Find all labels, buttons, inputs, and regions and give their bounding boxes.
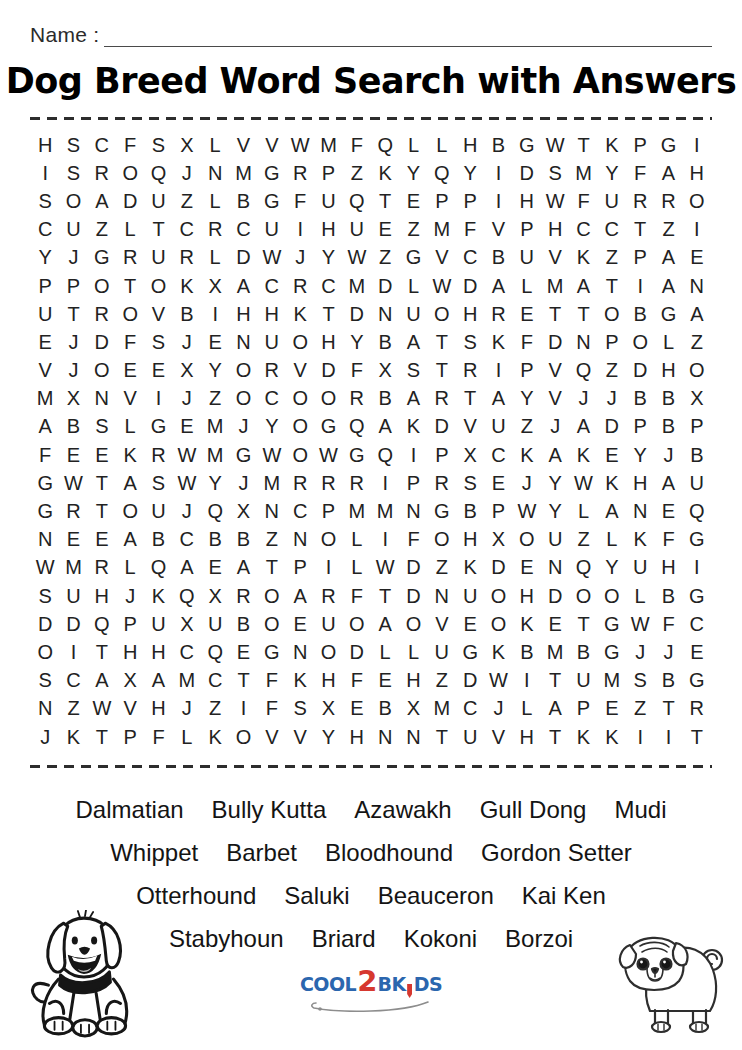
grid-cell[interactable]: X — [371, 357, 399, 385]
grid-cell[interactable]: F — [286, 187, 314, 215]
grid-cell[interactable]: B — [626, 300, 654, 328]
grid-cell[interactable]: O — [683, 357, 711, 385]
grid-cell[interactable]: A — [31, 413, 59, 441]
grid-cell[interactable]: H — [31, 131, 59, 159]
grid-cell[interactable]: P — [286, 554, 314, 582]
grid-cell[interactable]: R — [286, 469, 314, 497]
grid-cell[interactable]: U — [59, 216, 87, 244]
grid-cell[interactable]: V — [456, 413, 484, 441]
grid-cell[interactable]: L — [513, 272, 541, 300]
grid-cell[interactable]: H — [626, 469, 654, 497]
grid-cell[interactable]: R — [456, 357, 484, 385]
grid-cell[interactable]: E — [513, 300, 541, 328]
grid-cell[interactable]: I — [399, 441, 427, 469]
grid-cell[interactable]: B — [626, 385, 654, 413]
grid-cell[interactable]: A — [399, 328, 427, 356]
grid-cell[interactable]: G — [428, 497, 456, 525]
grid-cell[interactable]: N — [88, 385, 116, 413]
grid-cell[interactable]: Q — [144, 554, 172, 582]
grid-cell[interactable]: K — [286, 300, 314, 328]
grid-cell[interactable]: G — [31, 469, 59, 497]
grid-cell[interactable]: T — [654, 695, 682, 723]
grid-cell[interactable]: F — [116, 328, 144, 356]
grid-cell[interactable]: N — [229, 328, 257, 356]
grid-cell[interactable]: J — [569, 385, 597, 413]
grid-cell[interactable]: T — [569, 131, 597, 159]
grid-cell[interactable]: L — [116, 216, 144, 244]
grid-cell[interactable]: T — [569, 300, 597, 328]
grid-cell[interactable]: C — [201, 667, 229, 695]
grid-cell[interactable]: T — [428, 328, 456, 356]
grid-cell[interactable]: P — [626, 413, 654, 441]
grid-cell[interactable]: U — [598, 187, 626, 215]
grid-cell[interactable]: D — [541, 582, 569, 610]
grid-cell[interactable]: L — [173, 723, 201, 751]
grid-cell[interactable]: H — [513, 187, 541, 215]
grid-cell[interactable]: Q — [173, 582, 201, 610]
grid-cell[interactable]: K — [598, 469, 626, 497]
grid-cell[interactable]: L — [598, 526, 626, 554]
grid-cell[interactable]: U — [456, 582, 484, 610]
grid-cell[interactable]: D — [428, 413, 456, 441]
grid-cell[interactable]: O — [598, 582, 626, 610]
grid-cell[interactable]: W — [286, 131, 314, 159]
grid-cell[interactable]: Y — [343, 328, 371, 356]
grid-cell[interactable]: D — [513, 159, 541, 187]
grid-cell[interactable]: M — [229, 159, 257, 187]
grid-cell[interactable]: U — [201, 610, 229, 638]
grid-cell[interactable]: R — [654, 187, 682, 215]
grid-cell[interactable]: F — [626, 159, 654, 187]
grid-cell[interactable]: S — [626, 667, 654, 695]
grid-cell[interactable]: C — [456, 695, 484, 723]
grid-cell[interactable]: O — [569, 582, 597, 610]
grid-cell[interactable]: V — [541, 244, 569, 272]
grid-cell[interactable]: E — [513, 554, 541, 582]
grid-cell[interactable]: R — [286, 272, 314, 300]
grid-cell[interactable]: K — [484, 328, 512, 356]
grid-cell[interactable]: W — [314, 441, 342, 469]
grid-cell[interactable]: I — [286, 216, 314, 244]
grid-cell[interactable]: O — [683, 187, 711, 215]
grid-cell[interactable]: U — [683, 469, 711, 497]
grid-cell[interactable]: C — [88, 131, 116, 159]
grid-cell[interactable]: A — [371, 610, 399, 638]
grid-cell[interactable]: R — [116, 244, 144, 272]
grid-cell[interactable]: G — [31, 497, 59, 525]
grid-cell[interactable]: G — [598, 610, 626, 638]
grid-cell[interactable]: W — [626, 610, 654, 638]
grid-cell[interactable]: W — [59, 469, 87, 497]
grid-cell[interactable]: V — [286, 723, 314, 751]
grid-cell[interactable]: B — [144, 526, 172, 554]
grid-cell[interactable]: R — [683, 695, 711, 723]
grid-cell[interactable]: S — [31, 187, 59, 215]
grid-cell[interactable]: H — [513, 582, 541, 610]
grid-cell[interactable]: L — [343, 554, 371, 582]
grid-cell[interactable]: E — [286, 610, 314, 638]
grid-cell[interactable]: F — [343, 582, 371, 610]
grid-cell[interactable]: M — [371, 497, 399, 525]
grid-cell[interactable]: H — [144, 638, 172, 666]
grid-cell[interactable]: L — [371, 638, 399, 666]
grid-cell[interactable]: M — [173, 667, 201, 695]
grid-cell[interactable]: H — [513, 723, 541, 751]
grid-cell[interactable]: M — [598, 667, 626, 695]
grid-cell[interactable]: Z — [88, 216, 116, 244]
grid-cell[interactable]: C — [229, 216, 257, 244]
grid-cell[interactable]: K — [399, 413, 427, 441]
grid-cell[interactable]: A — [569, 272, 597, 300]
grid-cell[interactable]: Z — [59, 695, 87, 723]
grid-cell[interactable]: C — [484, 441, 512, 469]
grid-cell[interactable]: B — [456, 497, 484, 525]
grid-cell[interactable]: G — [399, 244, 427, 272]
grid-cell[interactable]: T — [626, 216, 654, 244]
grid-cell[interactable]: J — [173, 497, 201, 525]
grid-cell[interactable]: C — [173, 526, 201, 554]
grid-cell[interactable]: J — [59, 357, 87, 385]
grid-cell[interactable]: S — [456, 469, 484, 497]
grid-cell[interactable]: O — [116, 159, 144, 187]
grid-cell[interactable]: S — [399, 357, 427, 385]
grid-cell[interactable]: O — [399, 610, 427, 638]
grid-cell[interactable]: T — [314, 300, 342, 328]
grid-cell[interactable]: O — [484, 582, 512, 610]
grid-cell[interactable]: Y — [258, 413, 286, 441]
grid-cell[interactable]: W — [371, 554, 399, 582]
grid-cell[interactable]: H — [654, 357, 682, 385]
grid-cell[interactable]: D — [343, 638, 371, 666]
grid-cell[interactable]: A — [598, 497, 626, 525]
grid-cell[interactable]: P — [116, 723, 144, 751]
grid-cell[interactable]: Y — [598, 159, 626, 187]
grid-cell[interactable]: U — [314, 187, 342, 215]
grid-cell[interactable]: J — [173, 695, 201, 723]
grid-cell[interactable]: Z — [598, 357, 626, 385]
grid-cell[interactable]: D — [598, 413, 626, 441]
grid-cell[interactable]: F — [343, 357, 371, 385]
grid-cell[interactable]: O — [31, 638, 59, 666]
grid-cell[interactable]: X — [399, 695, 427, 723]
grid-cell[interactable]: I — [683, 131, 711, 159]
grid-cell[interactable]: T — [88, 638, 116, 666]
grid-cell[interactable]: G — [343, 441, 371, 469]
grid-cell[interactable]: V — [258, 131, 286, 159]
grid-cell[interactable]: H — [456, 300, 484, 328]
grid-cell[interactable]: D — [59, 610, 87, 638]
grid-cell[interactable]: G — [88, 244, 116, 272]
grid-cell[interactable]: T — [598, 272, 626, 300]
grid-cell[interactable]: K — [116, 441, 144, 469]
grid-cell[interactable]: Q — [88, 610, 116, 638]
grid-cell[interactable]: H — [314, 328, 342, 356]
grid-cell[interactable]: V — [541, 357, 569, 385]
grid-cell[interactable]: U — [569, 667, 597, 695]
grid-cell[interactable]: U — [31, 300, 59, 328]
grid-cell[interactable]: B — [654, 582, 682, 610]
grid-cell[interactable]: D — [541, 328, 569, 356]
grid-cell[interactable]: O — [286, 413, 314, 441]
grid-cell[interactable]: R — [428, 385, 456, 413]
grid-cell[interactable]: J — [626, 638, 654, 666]
grid-cell[interactable]: N — [626, 497, 654, 525]
grid-cell[interactable]: B — [371, 385, 399, 413]
grid-cell[interactable]: S — [286, 695, 314, 723]
grid-cell[interactable]: M — [59, 554, 87, 582]
grid-cell[interactable]: T — [428, 357, 456, 385]
grid-cell[interactable]: P — [484, 497, 512, 525]
grid-cell[interactable]: G — [456, 638, 484, 666]
grid-cell[interactable]: O — [626, 328, 654, 356]
grid-cell[interactable]: G — [258, 187, 286, 215]
grid-cell[interactable]: G — [683, 667, 711, 695]
grid-cell[interactable]: S — [456, 328, 484, 356]
grid-cell[interactable]: I — [683, 554, 711, 582]
grid-cell[interactable]: D — [229, 244, 257, 272]
grid-cell[interactable]: Y — [598, 554, 626, 582]
grid-cell[interactable]: N — [258, 497, 286, 525]
grid-cell[interactable]: F — [399, 526, 427, 554]
grid-cell[interactable]: O — [59, 187, 87, 215]
grid-cell[interactable]: P — [513, 357, 541, 385]
grid-cell[interactable]: M — [314, 131, 342, 159]
grid-cell[interactable]: K — [371, 159, 399, 187]
grid-cell[interactable]: U — [144, 497, 172, 525]
grid-cell[interactable]: E — [201, 328, 229, 356]
grid-cell[interactable]: S — [59, 159, 87, 187]
grid-cell[interactable]: O — [116, 300, 144, 328]
grid-cell[interactable]: J — [598, 385, 626, 413]
grid-cell[interactable]: K — [569, 244, 597, 272]
grid-cell[interactable]: X — [229, 497, 257, 525]
grid-cell[interactable]: H — [314, 216, 342, 244]
grid-cell[interactable]: X — [314, 695, 342, 723]
grid-cell[interactable]: C — [258, 385, 286, 413]
grid-cell[interactable]: L — [569, 497, 597, 525]
grid-cell[interactable]: F — [343, 667, 371, 695]
grid-cell[interactable]: C — [173, 638, 201, 666]
grid-cell[interactable]: W — [569, 469, 597, 497]
grid-cell[interactable]: P — [428, 441, 456, 469]
grid-cell[interactable]: B — [654, 385, 682, 413]
grid-cell[interactable]: Z — [201, 385, 229, 413]
grid-cell[interactable]: E — [88, 441, 116, 469]
grid-cell[interactable]: E — [598, 441, 626, 469]
grid-cell[interactable]: K — [569, 441, 597, 469]
grid-cell[interactable]: I — [484, 187, 512, 215]
grid-cell[interactable]: I — [626, 723, 654, 751]
grid-cell[interactable]: J — [229, 413, 257, 441]
grid-cell[interactable]: P — [31, 272, 59, 300]
grid-cell[interactable]: G — [598, 638, 626, 666]
grid-cell[interactable]: Z — [683, 328, 711, 356]
grid-cell[interactable]: Z — [513, 413, 541, 441]
grid-cell[interactable]: U — [428, 638, 456, 666]
grid-cell[interactable]: T — [456, 385, 484, 413]
grid-cell[interactable]: O — [428, 526, 456, 554]
grid-cell[interactable]: A — [229, 272, 257, 300]
grid-cell[interactable]: R — [484, 300, 512, 328]
grid-cell[interactable]: P — [456, 187, 484, 215]
grid-cell[interactable]: T — [88, 469, 116, 497]
grid-cell[interactable]: V — [229, 131, 257, 159]
grid-cell[interactable]: O — [229, 357, 257, 385]
grid-cell[interactable]: B — [513, 638, 541, 666]
grid-cell[interactable]: Z — [569, 526, 597, 554]
grid-cell[interactable]: D — [314, 357, 342, 385]
grid-cell[interactable]: T — [371, 582, 399, 610]
grid-cell[interactable]: D — [399, 554, 427, 582]
grid-cell[interactable]: G — [683, 526, 711, 554]
grid-cell[interactable]: T — [258, 554, 286, 582]
grid-cell[interactable]: A — [399, 385, 427, 413]
grid-cell[interactable]: Q — [569, 357, 597, 385]
grid-cell[interactable]: P — [598, 328, 626, 356]
grid-cell[interactable]: P — [116, 610, 144, 638]
grid-cell[interactable]: D — [456, 272, 484, 300]
grid-cell[interactable]: X — [173, 610, 201, 638]
grid-cell[interactable]: X — [201, 272, 229, 300]
grid-cell[interactable]: X — [173, 357, 201, 385]
grid-cell[interactable]: N — [371, 300, 399, 328]
grid-cell[interactable]: B — [683, 441, 711, 469]
grid-cell[interactable]: N — [31, 526, 59, 554]
grid-cell[interactable]: O — [343, 610, 371, 638]
grid-cell[interactable]: V — [144, 300, 172, 328]
grid-cell[interactable]: L — [343, 526, 371, 554]
grid-cell[interactable]: U — [314, 610, 342, 638]
grid-cell[interactable]: E — [173, 413, 201, 441]
grid-cell[interactable]: Y — [201, 469, 229, 497]
grid-cell[interactable]: A — [541, 695, 569, 723]
grid-cell[interactable]: N — [428, 582, 456, 610]
grid-cell[interactable]: A — [484, 385, 512, 413]
grid-cell[interactable]: Q — [201, 497, 229, 525]
grid-cell[interactable]: K — [59, 723, 87, 751]
grid-cell[interactable]: W — [31, 554, 59, 582]
grid-cell[interactable]: B — [654, 667, 682, 695]
grid-cell[interactable]: H — [314, 667, 342, 695]
grid-cell[interactable]: W — [541, 187, 569, 215]
grid-cell[interactable]: O — [286, 441, 314, 469]
grid-cell[interactable]: V — [541, 385, 569, 413]
grid-cell[interactable]: E — [116, 357, 144, 385]
grid-cell[interactable]: N — [683, 272, 711, 300]
name-field-line[interactable] — [104, 22, 713, 47]
grid-cell[interactable]: U — [399, 300, 427, 328]
grid-cell[interactable]: T — [88, 723, 116, 751]
grid-cell[interactable]: Y — [513, 385, 541, 413]
grid-cell[interactable]: V — [116, 695, 144, 723]
grid-cell[interactable]: U — [541, 526, 569, 554]
grid-cell[interactable]: O — [484, 610, 512, 638]
grid-cell[interactable]: R — [144, 441, 172, 469]
grid-cell[interactable]: W — [173, 469, 201, 497]
grid-cell[interactable]: N — [569, 328, 597, 356]
grid-cell[interactable]: Q — [201, 638, 229, 666]
grid-cell[interactable]: V — [484, 216, 512, 244]
grid-cell[interactable]: I — [229, 695, 257, 723]
grid-cell[interactable]: E — [371, 667, 399, 695]
grid-cell[interactable]: N — [399, 497, 427, 525]
grid-cell[interactable]: Z — [371, 244, 399, 272]
grid-cell[interactable]: M — [258, 469, 286, 497]
grid-cell[interactable]: D — [456, 667, 484, 695]
grid-cell[interactable]: U — [258, 216, 286, 244]
grid-cell[interactable]: I — [144, 385, 172, 413]
grid-cell[interactable]: F — [456, 216, 484, 244]
grid-cell[interactable]: M — [31, 385, 59, 413]
grid-cell[interactable]: I — [371, 469, 399, 497]
grid-cell[interactable]: E — [456, 610, 484, 638]
grid-cell[interactable]: R — [88, 300, 116, 328]
grid-cell[interactable]: G — [654, 300, 682, 328]
grid-cell[interactable]: A — [144, 667, 172, 695]
grid-cell[interactable]: R — [88, 159, 116, 187]
grid-cell[interactable]: H — [144, 695, 172, 723]
grid-cell[interactable]: J — [229, 469, 257, 497]
grid-cell[interactable]: K — [456, 554, 484, 582]
grid-cell[interactable]: F — [258, 667, 286, 695]
grid-cell[interactable]: X — [683, 385, 711, 413]
grid-cell[interactable]: V — [428, 244, 456, 272]
grid-cell[interactable]: B — [229, 526, 257, 554]
grid-cell[interactable]: Y — [314, 244, 342, 272]
grid-cell[interactable]: C — [173, 216, 201, 244]
grid-cell[interactable]: E — [229, 638, 257, 666]
grid-cell[interactable]: A — [88, 667, 116, 695]
grid-cell[interactable]: R — [314, 582, 342, 610]
grid-cell[interactable]: P — [428, 187, 456, 215]
grid-cell[interactable]: A — [654, 244, 682, 272]
grid-cell[interactable]: F — [654, 526, 682, 554]
grid-cell[interactable]: Q — [569, 554, 597, 582]
grid-cell[interactable]: Q — [144, 159, 172, 187]
grid-cell[interactable]: W — [428, 272, 456, 300]
grid-cell[interactable]: F — [31, 441, 59, 469]
grid-cell[interactable]: R — [229, 582, 257, 610]
grid-cell[interactable]: E — [201, 554, 229, 582]
grid-cell[interactable]: R — [258, 357, 286, 385]
grid-cell[interactable]: Q — [343, 187, 371, 215]
grid-cell[interactable]: U — [59, 582, 87, 610]
grid-cell[interactable]: J — [173, 159, 201, 187]
grid-cell[interactable]: X — [116, 667, 144, 695]
grid-cell[interactable]: W — [343, 244, 371, 272]
grid-cell[interactable]: O — [428, 300, 456, 328]
grid-cell[interactable]: T — [229, 667, 257, 695]
grid-cell[interactable]: Y — [456, 159, 484, 187]
grid-cell[interactable]: I — [513, 667, 541, 695]
grid-cell[interactable]: K — [569, 723, 597, 751]
grid-cell[interactable]: C — [598, 216, 626, 244]
grid-cell[interactable]: A — [654, 159, 682, 187]
grid-cell[interactable]: O — [286, 328, 314, 356]
grid-cell[interactable]: O — [258, 610, 286, 638]
grid-cell[interactable]: K — [173, 272, 201, 300]
grid-cell[interactable]: J — [173, 385, 201, 413]
grid-cell[interactable]: C — [569, 216, 597, 244]
grid-cell[interactable]: Y — [31, 244, 59, 272]
grid-cell[interactable]: C — [314, 272, 342, 300]
grid-cell[interactable]: Y — [626, 441, 654, 469]
grid-cell[interactable]: C — [59, 667, 87, 695]
grid-cell[interactable]: A — [116, 526, 144, 554]
grid-cell[interactable]: V — [116, 385, 144, 413]
grid-cell[interactable]: E — [88, 526, 116, 554]
grid-cell[interactable]: H — [116, 638, 144, 666]
